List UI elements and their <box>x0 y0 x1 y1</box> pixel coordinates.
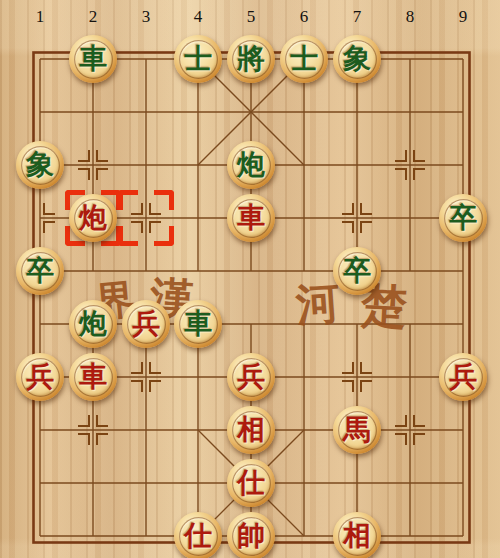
column-label-1: 1 <box>30 7 50 27</box>
piece-character: 炮 <box>237 151 265 179</box>
piece-red-soldier[interactable]: 兵 <box>439 353 487 401</box>
piece-character: 仕 <box>237 469 265 497</box>
column-label-2: 2 <box>83 7 103 27</box>
piece-red-elephant[interactable]: 相 <box>333 512 381 558</box>
piece-red-soldier[interactable]: 兵 <box>122 300 170 348</box>
piece-green-soldier[interactable]: 卒 <box>333 247 381 295</box>
piece-red-elephant[interactable]: 相 <box>227 406 275 454</box>
piece-green-general[interactable]: 將 <box>227 35 275 83</box>
piece-character: 車 <box>79 45 107 73</box>
piece-green-chariot[interactable]: 車 <box>174 300 222 348</box>
piece-character: 卒 <box>343 257 371 285</box>
piece-red-horse[interactable]: 馬 <box>333 406 381 454</box>
piece-character: 炮 <box>79 204 107 232</box>
piece-red-chariot[interactable]: 車 <box>227 194 275 242</box>
piece-green-advisor[interactable]: 士 <box>280 35 328 83</box>
piece-green-soldier[interactable]: 卒 <box>16 247 64 295</box>
column-label-3: 3 <box>136 7 156 27</box>
piece-character: 象 <box>26 151 54 179</box>
piece-character: 馬 <box>343 416 371 444</box>
piece-character: 士 <box>290 45 318 73</box>
piece-green-advisor[interactable]: 士 <box>174 35 222 83</box>
piece-character: 帥 <box>237 522 265 550</box>
piece-green-soldier[interactable]: 卒 <box>439 194 487 242</box>
xiangqi-board[interactable]: 123456789 界漢河楚 車士將士象象炮炮車卒卒卒炮兵車兵車兵兵相馬仕仕帥相 <box>0 0 500 558</box>
piece-character: 車 <box>184 310 212 338</box>
column-label-6: 6 <box>294 7 314 27</box>
column-label-8: 8 <box>400 7 420 27</box>
piece-red-general[interactable]: 帥 <box>227 512 275 558</box>
column-label-4: 4 <box>188 7 208 27</box>
piece-character: 兵 <box>237 363 265 391</box>
piece-character: 車 <box>79 363 107 391</box>
piece-green-elephant[interactable]: 象 <box>16 141 64 189</box>
piece-character: 兵 <box>26 363 54 391</box>
piece-character: 相 <box>343 522 371 550</box>
piece-character: 將 <box>237 45 265 73</box>
piece-character: 士 <box>184 45 212 73</box>
piece-character: 兵 <box>449 363 477 391</box>
piece-red-soldier[interactable]: 兵 <box>227 353 275 401</box>
piece-red-cannon[interactable]: 炮 <box>69 194 117 242</box>
piece-red-chariot[interactable]: 車 <box>69 353 117 401</box>
piece-character: 仕 <box>184 522 212 550</box>
piece-green-chariot[interactable]: 車 <box>69 35 117 83</box>
piece-red-soldier[interactable]: 兵 <box>16 353 64 401</box>
piece-character: 卒 <box>26 257 54 285</box>
piece-character: 兵 <box>132 310 160 338</box>
piece-green-cannon[interactable]: 炮 <box>227 141 275 189</box>
piece-character: 相 <box>237 416 265 444</box>
piece-green-elephant[interactable]: 象 <box>333 35 381 83</box>
piece-red-advisor[interactable]: 仕 <box>227 459 275 507</box>
piece-character: 炮 <box>79 310 107 338</box>
piece-character: 象 <box>343 45 371 73</box>
piece-red-advisor[interactable]: 仕 <box>174 512 222 558</box>
piece-character: 車 <box>237 204 265 232</box>
column-label-7: 7 <box>347 7 367 27</box>
column-label-9: 9 <box>453 7 473 27</box>
piece-character: 卒 <box>449 204 477 232</box>
column-label-5: 5 <box>241 7 261 27</box>
piece-green-cannon[interactable]: 炮 <box>69 300 117 348</box>
